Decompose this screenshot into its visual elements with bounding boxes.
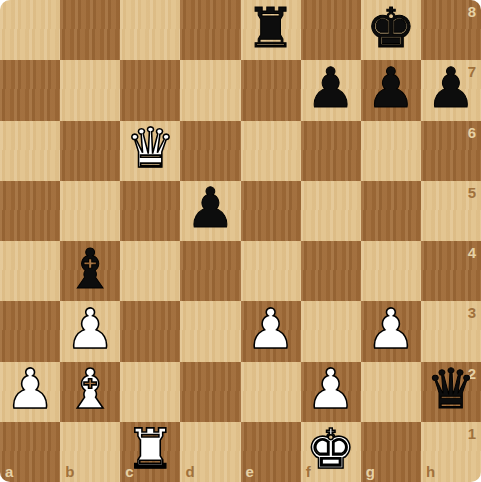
square-c6[interactable]: ♛ [120,121,180,181]
square-h3[interactable]: 3 [421,301,481,361]
square-g3[interactable]: ♟ [361,301,421,361]
square-b8[interactable] [60,0,120,60]
square-a4[interactable] [0,241,60,301]
white-rook-c1[interactable]: ♜ [126,422,175,477]
square-b4[interactable]: ♝ [60,241,120,301]
square-e8[interactable]: ♜ [241,0,301,60]
square-c8[interactable] [120,0,180,60]
square-f5[interactable] [301,181,361,241]
black-pawn-g7[interactable]: ♟ [366,61,415,116]
rank-label-5: 5 [468,184,476,201]
rank-label-8: 8 [468,3,476,20]
black-rook-e8[interactable]: ♜ [246,1,295,56]
square-f7[interactable]: ♟ [301,60,361,120]
square-e7[interactable] [241,60,301,120]
white-bishop-b2[interactable]: ♝ [66,362,115,417]
file-label-g: g [366,463,375,480]
square-h7[interactable]: 7♟ [421,60,481,120]
square-c5[interactable] [120,181,180,241]
square-c2[interactable] [120,362,180,422]
square-b6[interactable] [60,121,120,181]
square-h5[interactable]: 5 [421,181,481,241]
white-pawn-b3[interactable]: ♟ [66,302,115,357]
square-h4[interactable]: 4 [421,241,481,301]
white-pawn-a2[interactable]: ♟ [5,362,54,417]
square-f3[interactable] [301,301,361,361]
square-a3[interactable] [0,301,60,361]
square-c3[interactable] [120,301,180,361]
square-f6[interactable] [301,121,361,181]
square-f8[interactable] [301,0,361,60]
square-e1[interactable]: e [241,422,301,482]
square-h6[interactable]: 6 [421,121,481,181]
rank-label-3: 3 [468,304,476,321]
file-label-h: h [426,463,435,480]
square-g4[interactable] [361,241,421,301]
square-d8[interactable] [180,0,240,60]
square-f4[interactable] [301,241,361,301]
square-a2[interactable]: ♟ [0,362,60,422]
file-label-a: a [5,463,13,480]
square-a1[interactable]: a [0,422,60,482]
square-g2[interactable] [361,362,421,422]
square-g1[interactable]: g [361,422,421,482]
square-e6[interactable] [241,121,301,181]
square-b1[interactable]: b [60,422,120,482]
square-g8[interactable]: ♚ [361,0,421,60]
square-g5[interactable] [361,181,421,241]
square-a8[interactable] [0,0,60,60]
square-a6[interactable] [0,121,60,181]
rank-label-6: 6 [468,124,476,141]
black-pawn-f7[interactable]: ♟ [306,61,355,116]
white-pawn-f2[interactable]: ♟ [306,362,355,417]
rank-label-1: 1 [468,425,476,442]
chess-app: ♜♚8♟♟7♟♛6♟5♝4♟♟♟3♟♝♟2♛abc♜def♚g1h [0,0,481,482]
square-d2[interactable] [180,362,240,422]
black-king-g8[interactable]: ♚ [366,1,415,56]
square-h1[interactable]: 1h [421,422,481,482]
square-d5[interactable]: ♟ [180,181,240,241]
square-c4[interactable] [120,241,180,301]
square-h8[interactable]: 8 [421,0,481,60]
black-bishop-b4[interactable]: ♝ [66,242,115,297]
file-label-b: b [65,463,74,480]
square-c7[interactable] [120,60,180,120]
file-label-d: d [185,463,194,480]
white-pawn-e3[interactable]: ♟ [246,302,295,357]
square-d7[interactable] [180,60,240,120]
square-c1[interactable]: c♜ [120,422,180,482]
square-e3[interactable]: ♟ [241,301,301,361]
chess-board: ♜♚8♟♟7♟♛6♟5♝4♟♟♟3♟♝♟2♛abc♜def♚g1h [0,0,481,482]
white-pawn-g3[interactable]: ♟ [366,302,415,357]
rank-label-4: 4 [468,244,476,261]
square-d1[interactable]: d [180,422,240,482]
black-pawn-h7[interactable]: ♟ [426,61,475,116]
square-b3[interactable]: ♟ [60,301,120,361]
square-e2[interactable] [241,362,301,422]
white-king-f1[interactable]: ♚ [306,422,355,477]
square-e5[interactable] [241,181,301,241]
square-a7[interactable] [0,60,60,120]
square-h2[interactable]: 2♛ [421,362,481,422]
black-pawn-d5[interactable]: ♟ [186,181,235,236]
black-queen-h2[interactable]: ♛ [426,362,475,417]
square-d3[interactable] [180,301,240,361]
square-d6[interactable] [180,121,240,181]
square-g7[interactable]: ♟ [361,60,421,120]
square-e4[interactable] [241,241,301,301]
square-g6[interactable] [361,121,421,181]
square-b2[interactable]: ♝ [60,362,120,422]
square-a5[interactable] [0,181,60,241]
square-f1[interactable]: f♚ [301,422,361,482]
square-d4[interactable] [180,241,240,301]
square-b5[interactable] [60,181,120,241]
file-label-e: e [246,463,254,480]
square-f2[interactable]: ♟ [301,362,361,422]
white-queen-c6[interactable]: ♛ [126,121,175,176]
square-b7[interactable] [60,60,120,120]
